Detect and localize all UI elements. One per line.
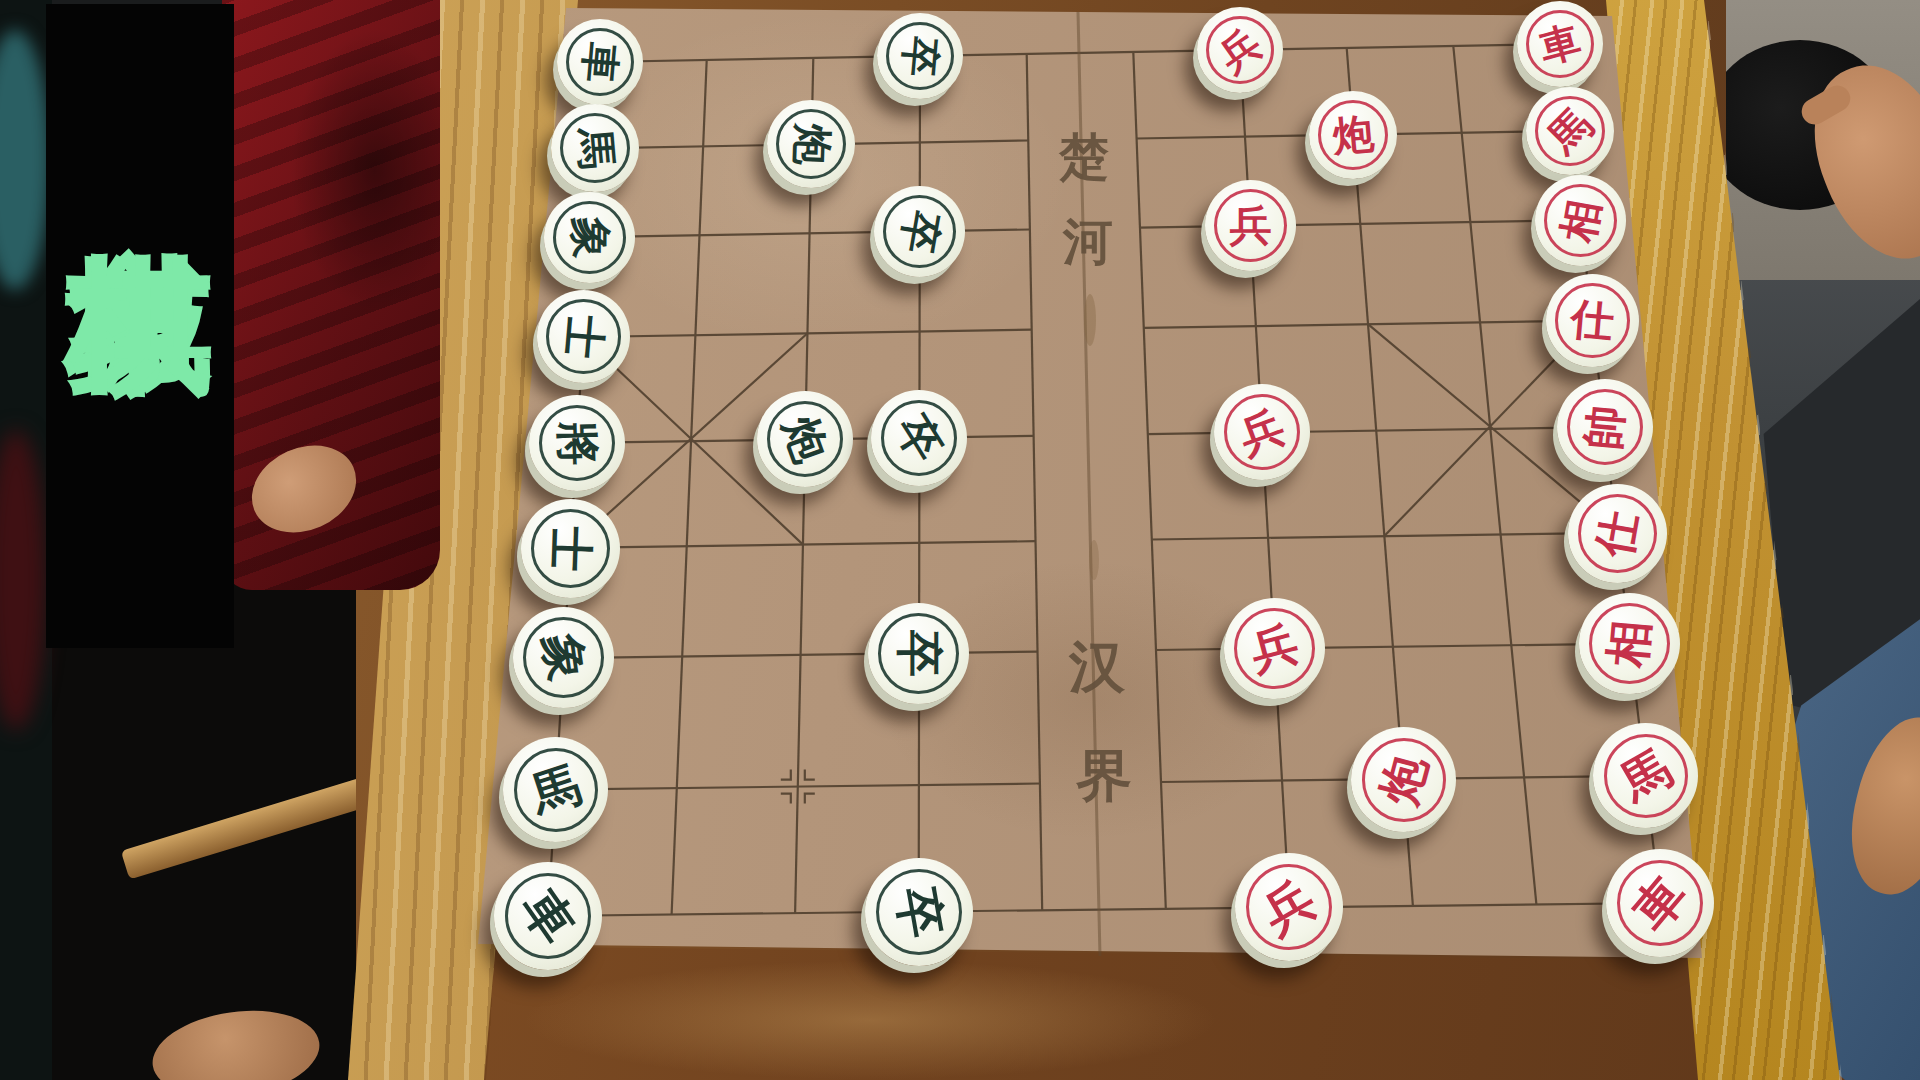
piece-glyph: 士 [540, 525, 602, 572]
piece-glyph: 象 [529, 630, 598, 685]
piece-black-soldier[interactable]: 卒 [877, 13, 963, 99]
table-sheen [520, 960, 1220, 1080]
piece-black-chariot[interactable]: 車 [557, 19, 643, 105]
piece-glyph: 卒 [887, 630, 950, 677]
piece-glyph: 相 [1596, 617, 1663, 669]
piece-glyph: 炮 [1330, 106, 1376, 164]
piece-black-soldier[interactable]: 卒 [865, 858, 973, 966]
piece-red-horse[interactable]: 馬 [1593, 723, 1698, 828]
piece-red-advisor[interactable]: 仕 [1568, 484, 1667, 583]
river-label: 界 [1076, 739, 1132, 815]
piece-black-horse[interactable]: 馬 [551, 104, 639, 192]
river-label: 汉 [1069, 630, 1125, 706]
piece-black-cannon[interactable]: 炮 [757, 391, 853, 487]
piece-black-cannon[interactable]: 炮 [767, 100, 855, 188]
piece-red-cannon[interactable]: 炮 [1351, 727, 1456, 832]
piece-black-elephant[interactable]: 象 [513, 607, 614, 708]
banner-char: 棋 [66, 252, 214, 400]
river-label: 楚 [1059, 124, 1109, 191]
piece-black-soldier[interactable]: 卒 [874, 186, 965, 277]
piece-glyph: 仕 [1569, 290, 1617, 352]
piece-red-soldier[interactable]: 兵 [1214, 384, 1310, 480]
scene: 楚河汉界 車馬象士將士象馬車炮炮卒卒卒卒卒兵兵兵兵兵炮炮車馬相仕帥仕相馬車 城 … [0, 0, 1920, 1080]
piece-black-soldier[interactable]: 卒 [871, 390, 967, 486]
piece-glyph: 卒 [891, 34, 949, 79]
piece-glyph: 帥 [1574, 403, 1637, 452]
piece-glyph: 相 [1549, 195, 1611, 246]
piece-black-soldier[interactable]: 卒 [868, 603, 969, 704]
piece-red-advisor[interactable]: 仕 [1546, 274, 1639, 367]
piece-glyph: 士 [553, 313, 615, 361]
piece-black-advisor[interactable]: 士 [521, 499, 620, 598]
piece-red-soldier[interactable]: 兵 [1224, 598, 1325, 699]
piece-glyph: 兵 [1230, 198, 1272, 254]
piece-black-horse[interactable]: 馬 [503, 737, 608, 842]
river-label: 河 [1063, 209, 1113, 276]
piece-red-general[interactable]: 帥 [1557, 379, 1653, 475]
piece-glyph: 卒 [888, 206, 950, 257]
piece-red-horse[interactable]: 馬 [1526, 87, 1614, 175]
piece-glyph: 馬 [566, 125, 624, 171]
piece-black-advisor[interactable]: 士 [537, 290, 630, 383]
piece-red-elephant[interactable]: 相 [1579, 593, 1680, 694]
piece-red-chariot[interactable]: 車 [1606, 849, 1714, 957]
piece-red-soldier[interactable]: 兵 [1197, 7, 1283, 93]
piece-black-general[interactable]: 將 [529, 395, 625, 491]
piece-glyph: 仕 [1584, 506, 1651, 561]
title-banner: 城 市 象 棋 [46, 4, 234, 648]
piece-red-soldier[interactable]: 兵 [1235, 853, 1343, 961]
piece-black-elephant[interactable]: 象 [544, 192, 635, 283]
piece-glyph: 象 [562, 217, 618, 259]
piece-glyph: 車 [571, 40, 629, 85]
piece-red-soldier[interactable]: 兵 [1205, 180, 1296, 271]
piece-glyph: 將 [547, 420, 607, 466]
piece-red-chariot[interactable]: 車 [1517, 1, 1603, 87]
piece-red-cannon[interactable]: 炮 [1309, 91, 1397, 179]
piece-red-elephant[interactable]: 相 [1535, 175, 1626, 266]
piece-glyph: 炮 [783, 123, 839, 166]
piece-black-chariot[interactable]: 車 [494, 862, 602, 970]
